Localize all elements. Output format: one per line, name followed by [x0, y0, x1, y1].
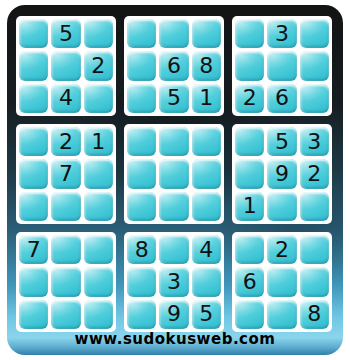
- cell-r5c2: 7: [51, 159, 80, 188]
- cell-r7c5[interactable]: [159, 235, 188, 264]
- cell-r1c9[interactable]: [300, 19, 329, 48]
- cell-r6c8[interactable]: [267, 192, 296, 221]
- cell-r2c8[interactable]: [267, 51, 296, 80]
- cell-r5c9: 2: [300, 159, 329, 188]
- cell-r1c1[interactable]: [19, 19, 48, 48]
- cell-r3c7: 2: [235, 84, 264, 113]
- cell-r6c7: 1: [235, 192, 264, 221]
- site-footer: www.sudokusweb.com: [7, 330, 343, 348]
- cell-r3c5: 5: [159, 84, 188, 113]
- cell-r7c1: 7: [19, 235, 48, 264]
- box-r2c1: 217: [16, 124, 116, 224]
- cell-r4c1[interactable]: [19, 127, 48, 156]
- cell-r3c6: 1: [192, 84, 221, 113]
- cell-r4c5[interactable]: [159, 127, 188, 156]
- cell-r2c7[interactable]: [235, 51, 264, 80]
- cell-r9c1[interactable]: [19, 300, 48, 329]
- box-r2c3: 53921: [232, 124, 332, 224]
- cell-r7c2[interactable]: [51, 235, 80, 264]
- cell-r2c5: 6: [159, 51, 188, 80]
- cell-r1c2: 5: [51, 19, 80, 48]
- cell-r4c8: 5: [267, 127, 296, 156]
- cell-r6c1[interactable]: [19, 192, 48, 221]
- cell-r5c7[interactable]: [235, 159, 264, 188]
- cell-r5c1[interactable]: [19, 159, 48, 188]
- cell-r6c3[interactable]: [84, 192, 113, 221]
- cell-r8c5: 3: [159, 267, 188, 296]
- cell-r7c7[interactable]: [235, 235, 264, 264]
- cell-r1c3[interactable]: [84, 19, 113, 48]
- cell-r6c5[interactable]: [159, 192, 188, 221]
- cell-r4c4[interactable]: [127, 127, 156, 156]
- cell-r4c3: 1: [84, 127, 113, 156]
- board-frame: 524685132621753921784395268 www.sudokusw…: [7, 5, 343, 355]
- cell-r3c3[interactable]: [84, 84, 113, 113]
- cell-r8c7: 6: [235, 267, 264, 296]
- cell-r6c9[interactable]: [300, 192, 329, 221]
- cell-r5c5[interactable]: [159, 159, 188, 188]
- cell-r2c3: 2: [84, 51, 113, 80]
- cell-r8c3[interactable]: [84, 267, 113, 296]
- cell-r9c8[interactable]: [267, 300, 296, 329]
- cell-r7c8: 2: [267, 235, 296, 264]
- cell-r9c4[interactable]: [127, 300, 156, 329]
- box-r3c3: 268: [232, 232, 332, 332]
- box-r3c1: 7: [16, 232, 116, 332]
- cell-r4c7[interactable]: [235, 127, 264, 156]
- cell-r3c2: 4: [51, 84, 80, 113]
- cell-r8c4[interactable]: [127, 267, 156, 296]
- box-r2c2: [124, 124, 224, 224]
- cell-r9c9: 8: [300, 300, 329, 329]
- cell-r5c6[interactable]: [192, 159, 221, 188]
- cell-r3c1[interactable]: [19, 84, 48, 113]
- box-r3c2: 84395: [124, 232, 224, 332]
- cell-r3c9[interactable]: [300, 84, 329, 113]
- cell-r1c7[interactable]: [235, 19, 264, 48]
- cell-r1c8: 3: [267, 19, 296, 48]
- cell-r9c2[interactable]: [51, 300, 80, 329]
- cell-r5c8: 9: [267, 159, 296, 188]
- cell-r7c3[interactable]: [84, 235, 113, 264]
- cell-r4c2: 2: [51, 127, 80, 156]
- cell-r8c2[interactable]: [51, 267, 80, 296]
- cell-r2c4[interactable]: [127, 51, 156, 80]
- cell-r1c6[interactable]: [192, 19, 221, 48]
- box-r1c2: 6851: [124, 16, 224, 116]
- cell-r4c6[interactable]: [192, 127, 221, 156]
- box-r1c3: 326: [232, 16, 332, 116]
- cell-r2c1[interactable]: [19, 51, 48, 80]
- cell-r6c4[interactable]: [127, 192, 156, 221]
- cell-r9c3[interactable]: [84, 300, 113, 329]
- cell-r9c7[interactable]: [235, 300, 264, 329]
- cell-r9c5: 9: [159, 300, 188, 329]
- site-url: www.sudokusweb.com: [75, 330, 276, 348]
- cell-r2c6: 8: [192, 51, 221, 80]
- cell-r7c9[interactable]: [300, 235, 329, 264]
- cell-r1c4[interactable]: [127, 19, 156, 48]
- cell-r5c3[interactable]: [84, 159, 113, 188]
- box-r1c1: 524: [16, 16, 116, 116]
- cell-r2c9[interactable]: [300, 51, 329, 80]
- cell-r8c9[interactable]: [300, 267, 329, 296]
- cell-r7c6: 4: [192, 235, 221, 264]
- cell-r6c6[interactable]: [192, 192, 221, 221]
- cell-r1c5[interactable]: [159, 19, 188, 48]
- cell-r4c9: 3: [300, 127, 329, 156]
- sudoku-board: 524685132621753921784395268: [16, 16, 332, 332]
- cell-r3c4[interactable]: [127, 84, 156, 113]
- cell-r8c6[interactable]: [192, 267, 221, 296]
- cell-r3c8: 6: [267, 84, 296, 113]
- cell-r8c1[interactable]: [19, 267, 48, 296]
- cell-r2c2[interactable]: [51, 51, 80, 80]
- cell-r9c6: 5: [192, 300, 221, 329]
- cell-r7c4: 8: [127, 235, 156, 264]
- cell-r8c8[interactable]: [267, 267, 296, 296]
- cell-r6c2[interactable]: [51, 192, 80, 221]
- cell-r5c4[interactable]: [127, 159, 156, 188]
